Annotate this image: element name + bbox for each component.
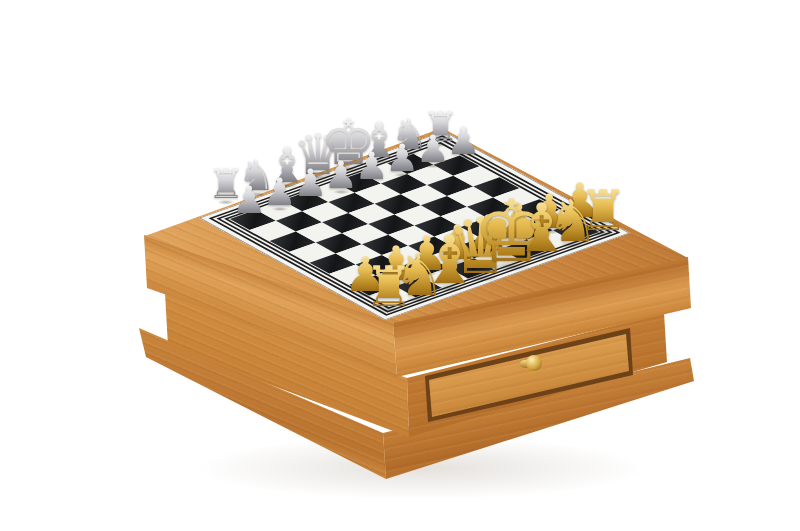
piece-silver-pawn-g2[interactable]: ♟	[416, 131, 450, 169]
piece-silver-pawn-f2[interactable]: ♟	[385, 139, 419, 177]
piece-silver-pawn-b2[interactable]: ♟	[263, 174, 297, 212]
piece-brass-rook-h8[interactable]: ♜	[578, 183, 628, 239]
piece-silver-pawn-d2[interactable]: ♟	[324, 157, 358, 195]
piece-silver-pawn-a2[interactable]: ♟	[232, 182, 266, 220]
chess-box-photo: ♜♞♝♛♚♝♞♜♟♟♟♟♟♟♟♟♟♟♟♟♟♟♟♟♜♞♝♛♚♝♞♜	[0, 0, 800, 531]
drawer-knob[interactable]	[526, 355, 542, 371]
piece-silver-pawn-c2[interactable]: ♟	[293, 165, 327, 203]
piece-silver-pawn-h2[interactable]: ♟	[447, 122, 481, 160]
piece-silver-pawn-e2[interactable]: ♟	[355, 148, 389, 186]
